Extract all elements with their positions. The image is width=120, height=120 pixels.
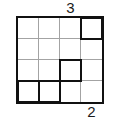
cell-r1c2[interactable] [39, 18, 60, 39]
cell-r3c4[interactable] [81, 60, 102, 81]
cell-r3c1[interactable] [18, 60, 39, 81]
cell-r2c4[interactable] [81, 39, 102, 60]
cell-r3c3[interactable] [60, 60, 81, 81]
cell-r1c4[interactable] [81, 18, 102, 39]
puzzle-board [16, 16, 104, 104]
cell-r4c2[interactable] [39, 81, 60, 102]
cell-r1c1[interactable] [18, 18, 39, 39]
top-clue: 3 [60, 0, 81, 15]
cell-r2c1[interactable] [18, 39, 39, 60]
cell-r2c3[interactable] [60, 39, 81, 60]
puzzle-grid [18, 18, 102, 102]
bottom-clue: 2 [81, 104, 102, 119]
puzzle-screenshot: 3 2 [0, 0, 120, 120]
cell-r2c2[interactable] [39, 39, 60, 60]
cell-r3c2[interactable] [39, 60, 60, 81]
cell-r4c4[interactable] [81, 81, 102, 102]
cell-r1c3[interactable] [60, 18, 81, 39]
cell-r4c3[interactable] [60, 81, 81, 102]
cell-r4c1[interactable] [18, 81, 39, 102]
